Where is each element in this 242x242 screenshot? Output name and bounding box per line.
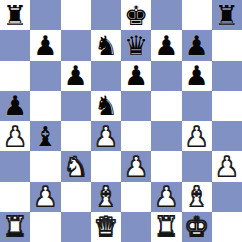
square-f1[interactable]: ♜ <box>151 212 181 242</box>
square-e4[interactable] <box>121 121 151 151</box>
square-g2[interactable]: ♝ <box>182 182 212 212</box>
piece-black-king[interactable]: ♚ <box>124 2 148 29</box>
square-e5[interactable] <box>121 91 151 121</box>
square-d3[interactable] <box>91 151 121 181</box>
square-f6[interactable] <box>151 61 181 91</box>
square-d7[interactable]: ♞ <box>91 30 121 60</box>
square-f3[interactable] <box>151 151 181 181</box>
piece-black-knight[interactable]: ♞ <box>94 92 118 119</box>
piece-white-pawn[interactable]: ♟ <box>154 183 178 210</box>
square-b8[interactable] <box>30 0 60 30</box>
piece-black-pawn[interactable]: ♟ <box>154 32 178 59</box>
square-b6[interactable] <box>30 61 60 91</box>
square-g4[interactable]: ♟ <box>182 121 212 151</box>
piece-white-queen[interactable]: ♛ <box>94 213 118 240</box>
square-h6[interactable] <box>212 61 242 91</box>
piece-black-bishop[interactable]: ♝ <box>33 123 57 150</box>
square-a6[interactable] <box>0 61 30 91</box>
square-h2[interactable] <box>212 182 242 212</box>
square-f7[interactable]: ♟ <box>151 30 181 60</box>
square-a7[interactable] <box>0 30 30 60</box>
piece-black-queen[interactable]: ♛ <box>124 32 148 59</box>
square-c5[interactable] <box>61 91 91 121</box>
square-h4[interactable] <box>212 121 242 151</box>
piece-white-pawn[interactable]: ♟ <box>94 123 118 150</box>
square-g7[interactable]: ♟ <box>182 30 212 60</box>
square-g5[interactable] <box>182 91 212 121</box>
piece-white-pawn[interactable]: ♟ <box>124 153 148 180</box>
piece-black-rook[interactable]: ♜ <box>3 2 27 29</box>
square-g3[interactable] <box>182 151 212 181</box>
square-e2[interactable] <box>121 182 151 212</box>
square-h5[interactable] <box>212 91 242 121</box>
square-d4[interactable]: ♟ <box>91 121 121 151</box>
square-b2[interactable]: ♟ <box>30 182 60 212</box>
piece-white-knight[interactable]: ♞ <box>64 153 88 180</box>
piece-white-rook[interactable]: ♜ <box>154 213 178 240</box>
square-d2[interactable]: ♝ <box>91 182 121 212</box>
square-b5[interactable] <box>30 91 60 121</box>
piece-white-pawn[interactable]: ♟ <box>215 153 239 180</box>
square-e7[interactable]: ♛ <box>121 30 151 60</box>
piece-black-rook[interactable]: ♜ <box>215 2 239 29</box>
piece-black-pawn[interactable]: ♟ <box>185 32 209 59</box>
square-a5[interactable]: ♟ <box>0 91 30 121</box>
square-f5[interactable] <box>151 91 181 121</box>
square-e3[interactable]: ♟ <box>121 151 151 181</box>
square-c8[interactable] <box>61 0 91 30</box>
square-f2[interactable]: ♟ <box>151 182 181 212</box>
piece-black-pawn[interactable]: ♟ <box>124 62 148 89</box>
piece-black-pawn[interactable]: ♟ <box>185 62 209 89</box>
square-c4[interactable] <box>61 121 91 151</box>
square-c6[interactable]: ♟ <box>61 61 91 91</box>
square-d1[interactable]: ♛ <box>91 212 121 242</box>
square-b3[interactable] <box>30 151 60 181</box>
piece-white-pawn[interactable]: ♟ <box>3 123 27 150</box>
square-b4[interactable]: ♝ <box>30 121 60 151</box>
piece-white-pawn[interactable]: ♟ <box>185 123 209 150</box>
square-e8[interactable]: ♚ <box>121 0 151 30</box>
square-a2[interactable] <box>0 182 30 212</box>
piece-white-king[interactable]: ♚ <box>185 213 209 240</box>
square-a3[interactable] <box>0 151 30 181</box>
square-a8[interactable]: ♜ <box>0 0 30 30</box>
piece-white-bishop[interactable]: ♝ <box>185 183 209 210</box>
piece-black-pawn[interactable]: ♟ <box>3 92 27 119</box>
square-b7[interactable]: ♟ <box>30 30 60 60</box>
square-b1[interactable] <box>30 212 60 242</box>
piece-white-pawn[interactable]: ♟ <box>33 183 57 210</box>
square-d6[interactable] <box>91 61 121 91</box>
square-c2[interactable] <box>61 182 91 212</box>
square-a1[interactable]: ♜ <box>0 212 30 242</box>
square-c3[interactable]: ♞ <box>61 151 91 181</box>
piece-black-pawn[interactable]: ♟ <box>33 32 57 59</box>
square-e1[interactable] <box>121 212 151 242</box>
square-e6[interactable]: ♟ <box>121 61 151 91</box>
square-c7[interactable] <box>61 30 91 60</box>
piece-white-bishop[interactable]: ♝ <box>94 183 118 210</box>
piece-black-pawn[interactable]: ♟ <box>64 62 88 89</box>
square-d5[interactable]: ♞ <box>91 91 121 121</box>
square-h1[interactable] <box>212 212 242 242</box>
square-f4[interactable] <box>151 121 181 151</box>
square-c1[interactable] <box>61 212 91 242</box>
square-g8[interactable] <box>182 0 212 30</box>
square-g1[interactable]: ♚ <box>182 212 212 242</box>
square-g6[interactable]: ♟ <box>182 61 212 91</box>
square-h7[interactable] <box>212 30 242 60</box>
chess-board: ♜♚♜♟♞♛♟♟♟♟♟♟♞♟♝♟♟♞♟♟♟♝♟♝♜♛♜♚ <box>0 0 242 242</box>
square-h3[interactable]: ♟ <box>212 151 242 181</box>
square-a4[interactable]: ♟ <box>0 121 30 151</box>
piece-white-rook[interactable]: ♜ <box>3 213 27 240</box>
piece-black-knight[interactable]: ♞ <box>94 32 118 59</box>
square-d8[interactable] <box>91 0 121 30</box>
square-h8[interactable]: ♜ <box>212 0 242 30</box>
square-f8[interactable] <box>151 0 181 30</box>
